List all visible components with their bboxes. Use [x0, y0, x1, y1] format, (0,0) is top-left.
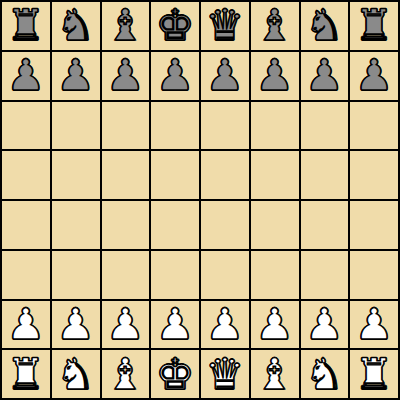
square-g8[interactable]: ♞ [301, 2, 349, 50]
square-e1[interactable]: ♛ [201, 350, 249, 398]
square-d7[interactable]: ♟ [151, 52, 199, 100]
square-h7[interactable]: ♟ [350, 52, 398, 100]
piece-white-knight: ♞ [56, 353, 95, 396]
square-b1[interactable]: ♞ [52, 350, 100, 398]
piece-white-pawn: ♟ [106, 303, 145, 346]
square-c7[interactable]: ♟ [102, 52, 150, 100]
square-h1[interactable]: ♜ [350, 350, 398, 398]
piece-black-bishop: ♝ [255, 4, 294, 47]
square-a3[interactable] [2, 251, 50, 299]
piece-white-bishop: ♝ [255, 353, 294, 396]
square-d6[interactable] [151, 102, 199, 150]
square-b7[interactable]: ♟ [52, 52, 100, 100]
piece-white-pawn: ♟ [355, 303, 394, 346]
square-f4[interactable] [251, 201, 299, 249]
square-e8[interactable]: ♛ [201, 2, 249, 50]
square-a4[interactable] [2, 201, 50, 249]
piece-black-queen: ♛ [206, 4, 245, 47]
square-c8[interactable]: ♝ [102, 2, 150, 50]
piece-white-pawn: ♟ [156, 303, 195, 346]
square-b8[interactable]: ♞ [52, 2, 100, 50]
piece-black-knight: ♞ [56, 4, 95, 47]
square-d3[interactable] [151, 251, 199, 299]
piece-white-pawn: ♟ [206, 303, 245, 346]
square-c4[interactable] [102, 201, 150, 249]
square-f5[interactable] [251, 151, 299, 199]
square-a8[interactable]: ♜ [2, 2, 50, 50]
piece-black-pawn: ♟ [355, 54, 394, 97]
piece-black-rook: ♜ [7, 4, 46, 47]
piece-white-pawn: ♟ [56, 303, 95, 346]
piece-black-knight: ♞ [305, 4, 344, 47]
square-e3[interactable] [201, 251, 249, 299]
square-f6[interactable] [251, 102, 299, 150]
square-a1[interactable]: ♜ [2, 350, 50, 398]
square-d8[interactable]: ♚ [151, 2, 199, 50]
square-h5[interactable] [350, 151, 398, 199]
piece-black-pawn: ♟ [305, 54, 344, 97]
square-b3[interactable] [52, 251, 100, 299]
piece-black-rook: ♜ [355, 4, 394, 47]
square-c6[interactable] [102, 102, 150, 150]
square-d4[interactable] [151, 201, 199, 249]
square-g2[interactable]: ♟ [301, 301, 349, 349]
piece-black-pawn: ♟ [56, 54, 95, 97]
square-g1[interactable]: ♞ [301, 350, 349, 398]
piece-white-queen: ♛ [206, 353, 245, 396]
square-a6[interactable] [2, 102, 50, 150]
square-b2[interactable]: ♟ [52, 301, 100, 349]
square-g5[interactable] [301, 151, 349, 199]
square-c5[interactable] [102, 151, 150, 199]
square-a2[interactable]: ♟ [2, 301, 50, 349]
piece-white-rook: ♜ [7, 353, 46, 396]
square-e7[interactable]: ♟ [201, 52, 249, 100]
square-e4[interactable] [201, 201, 249, 249]
square-d1[interactable]: ♚ [151, 350, 199, 398]
square-g7[interactable]: ♟ [301, 52, 349, 100]
square-h6[interactable] [350, 102, 398, 150]
piece-white-pawn: ♟ [7, 303, 46, 346]
square-f3[interactable] [251, 251, 299, 299]
square-g3[interactable] [301, 251, 349, 299]
square-a7[interactable]: ♟ [2, 52, 50, 100]
square-c2[interactable]: ♟ [102, 301, 150, 349]
piece-white-rook: ♜ [355, 353, 394, 396]
square-f8[interactable]: ♝ [251, 2, 299, 50]
square-f2[interactable]: ♟ [251, 301, 299, 349]
piece-black-pawn: ♟ [106, 54, 145, 97]
piece-white-king: ♚ [156, 353, 195, 396]
square-e5[interactable] [201, 151, 249, 199]
square-b4[interactable] [52, 201, 100, 249]
square-h3[interactable] [350, 251, 398, 299]
square-b6[interactable] [52, 102, 100, 150]
chessboard: ♜♞♝♚♛♝♞♜♟♟♟♟♟♟♟♟♟♟♟♟♟♟♟♟♜♞♝♚♛♝♞♜ [0, 0, 400, 400]
square-g6[interactable] [301, 102, 349, 150]
square-g4[interactable] [301, 201, 349, 249]
square-f1[interactable]: ♝ [251, 350, 299, 398]
square-b5[interactable] [52, 151, 100, 199]
piece-white-bishop: ♝ [106, 353, 145, 396]
square-d2[interactable]: ♟ [151, 301, 199, 349]
chessboard-container: ♜♞♝♚♛♝♞♜♟♟♟♟♟♟♟♟♟♟♟♟♟♟♟♟♜♞♝♚♛♝♞♜ [0, 0, 400, 400]
piece-black-pawn: ♟ [7, 54, 46, 97]
piece-white-pawn: ♟ [305, 303, 344, 346]
square-e6[interactable] [201, 102, 249, 150]
piece-white-knight: ♞ [305, 353, 344, 396]
square-f7[interactable]: ♟ [251, 52, 299, 100]
square-c1[interactable]: ♝ [102, 350, 150, 398]
piece-black-king: ♚ [156, 4, 195, 47]
piece-white-pawn: ♟ [255, 303, 294, 346]
square-c3[interactable] [102, 251, 150, 299]
square-h2[interactable]: ♟ [350, 301, 398, 349]
square-h8[interactable]: ♜ [350, 2, 398, 50]
square-a5[interactable] [2, 151, 50, 199]
piece-black-bishop: ♝ [106, 4, 145, 47]
piece-black-pawn: ♟ [206, 54, 245, 97]
piece-black-pawn: ♟ [255, 54, 294, 97]
square-d5[interactable] [151, 151, 199, 199]
square-h4[interactable] [350, 201, 398, 249]
square-e2[interactable]: ♟ [201, 301, 249, 349]
piece-black-pawn: ♟ [156, 54, 195, 97]
